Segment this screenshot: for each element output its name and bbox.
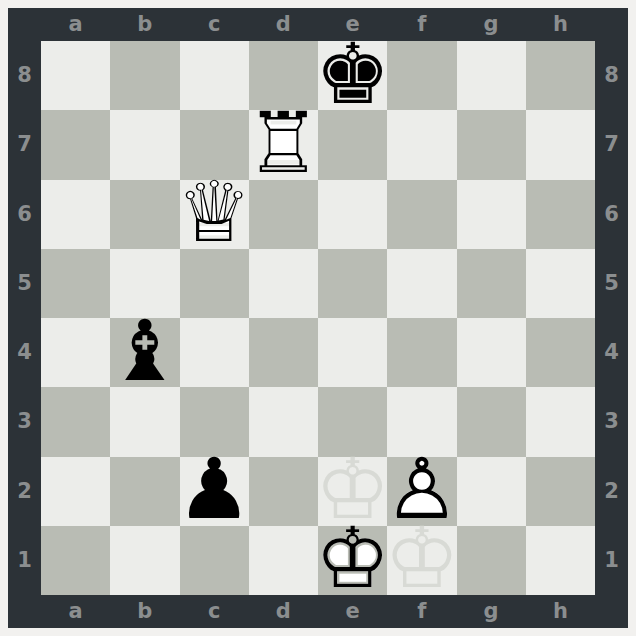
rank-label-4: 4 bbox=[595, 318, 628, 387]
square-e4[interactable] bbox=[318, 318, 387, 387]
square-g7[interactable] bbox=[457, 110, 526, 179]
rank-label-4: 4 bbox=[8, 318, 41, 387]
square-e8[interactable]: ♚ bbox=[318, 41, 387, 110]
white-king-ghost: ♔ bbox=[387, 526, 456, 595]
square-b8[interactable] bbox=[110, 41, 179, 110]
file-label-c: c bbox=[180, 595, 249, 628]
square-g8[interactable] bbox=[457, 41, 526, 110]
square-d3[interactable] bbox=[249, 387, 318, 456]
rank-labels-right: 87654321 bbox=[595, 41, 628, 595]
rank-label-6: 6 bbox=[8, 180, 41, 249]
rank-label-3: 3 bbox=[595, 387, 628, 456]
square-g5[interactable] bbox=[457, 249, 526, 318]
square-f1[interactable]: ♔ bbox=[387, 526, 456, 595]
file-label-g: g bbox=[457, 8, 526, 41]
square-h5[interactable] bbox=[526, 249, 595, 318]
file-label-a: a bbox=[41, 595, 110, 628]
square-d4[interactable] bbox=[249, 318, 318, 387]
rank-label-1: 1 bbox=[595, 526, 628, 595]
square-f6[interactable] bbox=[387, 180, 456, 249]
square-e5[interactable] bbox=[318, 249, 387, 318]
square-a4[interactable] bbox=[41, 318, 110, 387]
square-e6[interactable] bbox=[318, 180, 387, 249]
square-h3[interactable] bbox=[526, 387, 595, 456]
rank-label-8: 8 bbox=[595, 41, 628, 110]
square-d5[interactable] bbox=[249, 249, 318, 318]
square-a1[interactable] bbox=[41, 526, 110, 595]
square-g3[interactable] bbox=[457, 387, 526, 456]
square-f5[interactable] bbox=[387, 249, 456, 318]
rank-label-7: 7 bbox=[8, 110, 41, 179]
rank-label-7: 7 bbox=[595, 110, 628, 179]
square-c4[interactable] bbox=[180, 318, 249, 387]
board-squares: ♚♜♖♛♕♝♟♔♟♙♚♔♔ bbox=[41, 41, 595, 595]
file-label-d: d bbox=[249, 595, 318, 628]
black-king[interactable]: ♚ bbox=[318, 41, 387, 110]
file-label-b: b bbox=[110, 8, 179, 41]
square-d1[interactable] bbox=[249, 526, 318, 595]
rank-label-2: 2 bbox=[595, 457, 628, 526]
square-c6[interactable]: ♛♕ bbox=[180, 180, 249, 249]
square-c2[interactable]: ♟ bbox=[180, 457, 249, 526]
file-label-d: d bbox=[249, 8, 318, 41]
square-h7[interactable] bbox=[526, 110, 595, 179]
file-label-c: c bbox=[180, 8, 249, 41]
file-label-b: b bbox=[110, 595, 179, 628]
square-a2[interactable] bbox=[41, 457, 110, 526]
rank-labels-left: 87654321 bbox=[8, 41, 41, 595]
square-g6[interactable] bbox=[457, 180, 526, 249]
square-h8[interactable] bbox=[526, 41, 595, 110]
square-a6[interactable] bbox=[41, 180, 110, 249]
square-f7[interactable] bbox=[387, 110, 456, 179]
file-label-h: h bbox=[526, 595, 595, 628]
white-rook[interactable]: ♜♖ bbox=[249, 110, 318, 179]
square-a8[interactable] bbox=[41, 41, 110, 110]
chessboard: abcdefgh 87654321 ♚♜♖♛♕♝♟♔♟♙♚♔♔ 87654321… bbox=[8, 8, 628, 628]
square-e1[interactable]: ♚♔ bbox=[318, 526, 387, 595]
square-g2[interactable] bbox=[457, 457, 526, 526]
square-b4[interactable]: ♝ bbox=[110, 318, 179, 387]
file-label-a: a bbox=[41, 8, 110, 41]
black-bishop[interactable]: ♝ bbox=[110, 318, 179, 387]
square-a5[interactable] bbox=[41, 249, 110, 318]
square-h2[interactable] bbox=[526, 457, 595, 526]
square-c8[interactable] bbox=[180, 41, 249, 110]
square-g1[interactable] bbox=[457, 526, 526, 595]
square-b1[interactable] bbox=[110, 526, 179, 595]
square-b6[interactable] bbox=[110, 180, 179, 249]
square-h1[interactable] bbox=[526, 526, 595, 595]
square-g4[interactable] bbox=[457, 318, 526, 387]
square-h4[interactable] bbox=[526, 318, 595, 387]
square-b2[interactable] bbox=[110, 457, 179, 526]
rank-label-5: 5 bbox=[595, 249, 628, 318]
white-queen[interactable]: ♛♕ bbox=[180, 180, 249, 249]
square-a3[interactable] bbox=[41, 387, 110, 456]
rank-label-1: 1 bbox=[8, 526, 41, 595]
rank-label-2: 2 bbox=[8, 457, 41, 526]
rank-label-6: 6 bbox=[595, 180, 628, 249]
square-h6[interactable] bbox=[526, 180, 595, 249]
square-d7[interactable]: ♜♖ bbox=[249, 110, 318, 179]
square-f8[interactable] bbox=[387, 41, 456, 110]
file-label-g: g bbox=[457, 595, 526, 628]
square-b7[interactable] bbox=[110, 110, 179, 179]
rank-label-3: 3 bbox=[8, 387, 41, 456]
rank-label-5: 5 bbox=[8, 249, 41, 318]
white-king[interactable]: ♚♔ bbox=[318, 526, 387, 595]
square-f4[interactable] bbox=[387, 318, 456, 387]
rank-label-8: 8 bbox=[8, 41, 41, 110]
file-label-f: f bbox=[387, 8, 456, 41]
square-d2[interactable] bbox=[249, 457, 318, 526]
square-a7[interactable] bbox=[41, 110, 110, 179]
file-label-h: h bbox=[526, 8, 595, 41]
black-pawn[interactable]: ♟ bbox=[180, 457, 249, 526]
